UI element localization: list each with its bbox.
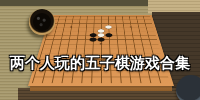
black-stone-bowl[interactable]: [29, 9, 55, 35]
star-point: [70, 26, 72, 27]
background-top-strip: [0, 0, 156, 6]
title-caption: 两个人玩的五子棋游戏合集: [0, 54, 200, 73]
white-stone-bowl[interactable]: [176, 75, 200, 100]
star-point: [100, 43, 102, 44]
black-stone[interactable]: ●: [89, 37, 97, 42]
screenshot: ●●●●●●● 两个人玩的五子棋游戏合集: [0, 0, 200, 100]
black-stone[interactable]: ●: [97, 37, 105, 42]
white-stone[interactable]: ●: [105, 25, 112, 29]
black-stones-pile: [33, 13, 51, 31]
star-point: [130, 26, 132, 27]
black-stone[interactable]: ●: [105, 33, 113, 38]
